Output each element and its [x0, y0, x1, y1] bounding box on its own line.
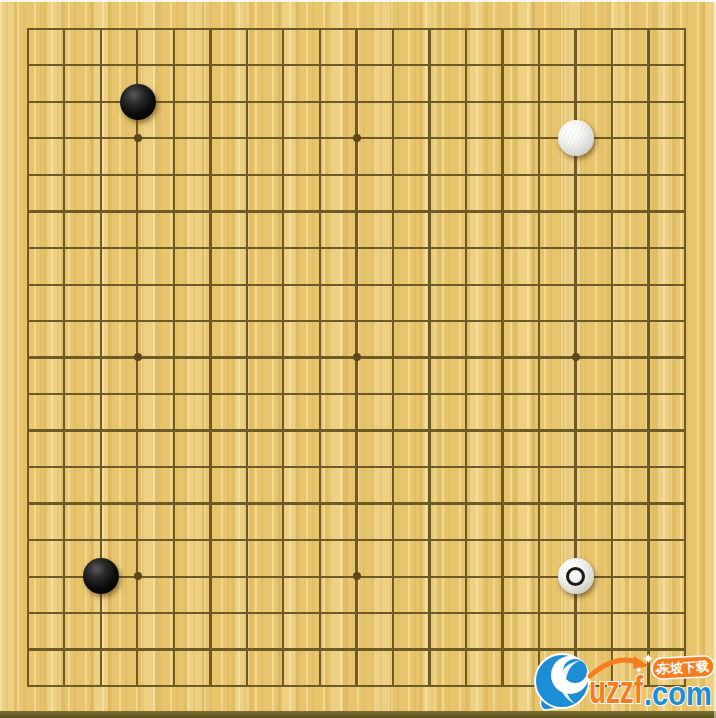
sparkle-icon-small-right: ✦ [654, 666, 662, 676]
swoosh-icon [535, 654, 589, 710]
circle-marker [566, 567, 585, 586]
black-stone [83, 558, 119, 594]
black-stone [120, 84, 156, 120]
star-point [353, 572, 361, 580]
star-point [353, 134, 361, 142]
sparkle-icon-small-left: ✦ [635, 665, 643, 675]
badge-text: 东坡下载 [656, 659, 710, 677]
site-name-text: uzzf [589, 669, 643, 711]
go-board-screenshot: uzzf .com 东坡下载 ✦ ✦ ✦ [0, 0, 716, 718]
white-stone [558, 558, 594, 594]
sparkle-icon: ✦ [642, 650, 655, 668]
domain-suffix-text: .com [644, 675, 712, 712]
goban[interactable] [10, 10, 704, 704]
star-point [353, 353, 361, 361]
star-point [134, 353, 142, 361]
star-point [572, 353, 580, 361]
white-stone [558, 120, 594, 156]
board-bottom-side [0, 711, 716, 718]
uzzf-watermark-logo: uzzf .com 东坡下载 ✦ ✦ ✦ [530, 650, 716, 712]
star-point [134, 134, 142, 142]
board-top-edge-highlight [0, 0, 716, 2]
star-point [134, 572, 142, 580]
